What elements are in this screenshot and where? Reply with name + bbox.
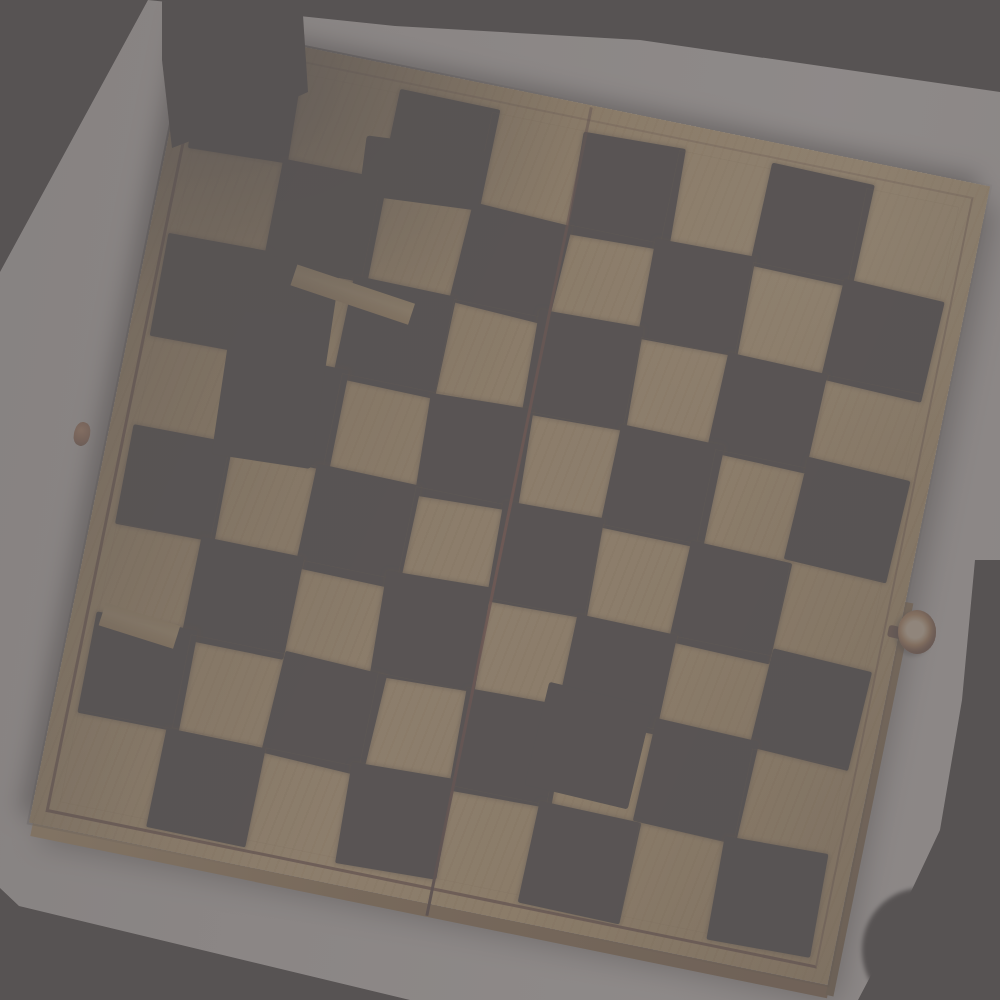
shadow-bottom-right	[862, 888, 982, 1000]
board-photo	[0, 0, 1000, 1000]
square-h1[interactable]	[706, 835, 829, 958]
chessboard	[29, 24, 990, 985]
clasp-knob-icon	[898, 610, 936, 654]
